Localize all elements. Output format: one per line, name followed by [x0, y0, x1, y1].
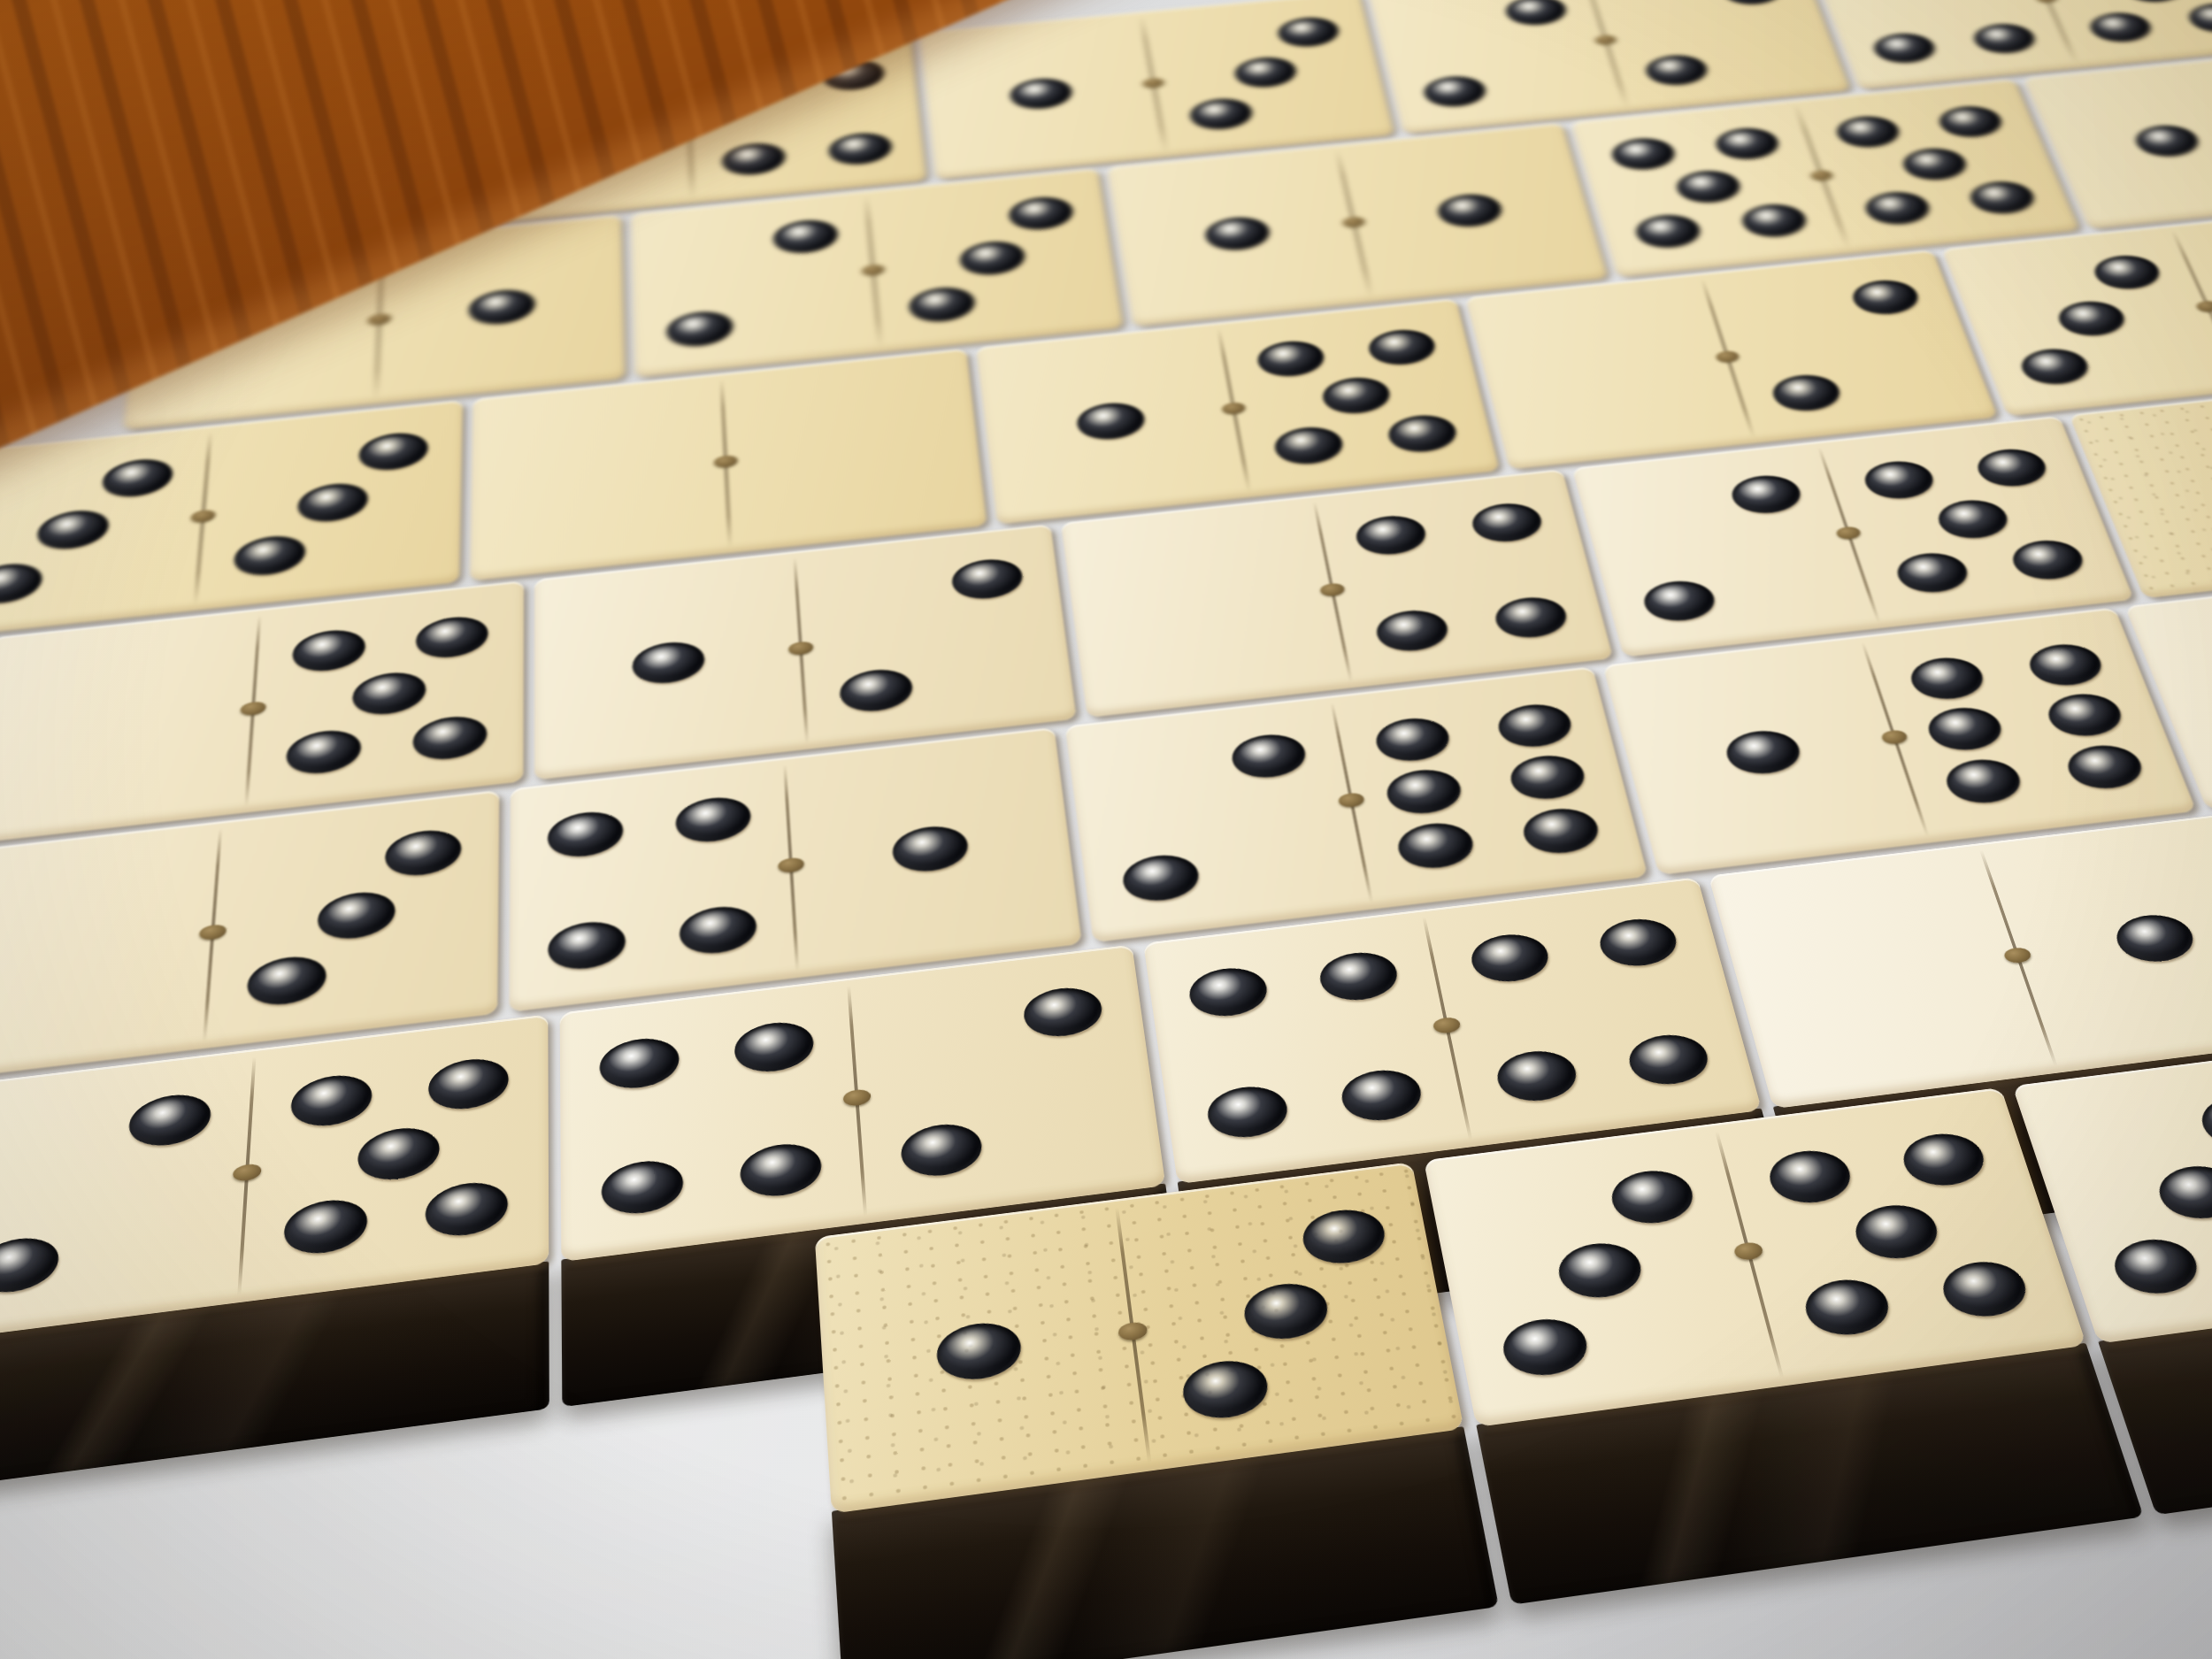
- pip: [2042, 690, 2128, 739]
- left-half-1-pips: [1107, 145, 1372, 326]
- pip: [1373, 607, 1452, 654]
- pip: [1255, 338, 1327, 379]
- pip: [721, 141, 786, 177]
- pip: [1240, 1279, 1332, 1344]
- left-half-0-pips: [0, 822, 221, 1085]
- pip: [1187, 964, 1271, 1019]
- pip: [2007, 537, 2089, 582]
- pip: [1469, 500, 1546, 544]
- pip: [733, 1018, 815, 1076]
- right-half-5-pips: [1217, 299, 1500, 498]
- pip: [1624, 1031, 1713, 1088]
- pip: [934, 1318, 1023, 1384]
- pip: [1338, 1066, 1425, 1125]
- pip: [2194, 1092, 2212, 1151]
- pip: [35, 508, 111, 552]
- right-half-5-pips: [239, 1014, 549, 1302]
- pip: [283, 1195, 368, 1257]
- pip: [1553, 1239, 1646, 1302]
- pip: [1074, 400, 1147, 442]
- pip: [1502, 0, 1570, 27]
- pip: [1594, 915, 1681, 970]
- pip: [1849, 1201, 1944, 1263]
- pip: [1606, 1166, 1698, 1227]
- pip: [0, 1233, 61, 1296]
- pip: [1932, 497, 2013, 541]
- domino-3-5: [1424, 1087, 2144, 1605]
- pip: [1385, 412, 1459, 455]
- pip: [1905, 654, 1989, 702]
- pip: [1319, 375, 1393, 417]
- left-half-1-pips: [919, 12, 1167, 180]
- pip: [1434, 192, 1505, 229]
- pip: [1861, 189, 1934, 227]
- pip: [317, 888, 396, 942]
- pip: [2016, 346, 2093, 387]
- left-half-2-pips: [0, 1049, 255, 1342]
- pip: [1229, 731, 1309, 780]
- pip: [1365, 326, 1438, 367]
- left-half-0-pips: [1061, 496, 1353, 718]
- pip: [1860, 458, 1939, 502]
- pip: [632, 639, 705, 687]
- left-half-1-pips: [976, 323, 1250, 525]
- pip: [950, 556, 1025, 602]
- right-half-4-pips: [1313, 469, 1613, 687]
- pip: [827, 130, 893, 166]
- right-half-3-pips: [1141, 0, 1394, 157]
- pip: [1316, 949, 1401, 1004]
- right-half-2-pips: [849, 945, 1166, 1224]
- pip: [1721, 727, 1805, 777]
- pip: [1394, 819, 1478, 872]
- pip: [2089, 252, 2166, 291]
- pip: [1832, 113, 1904, 149]
- pip: [1299, 1205, 1389, 1268]
- pip: [739, 1140, 822, 1201]
- pip: [1632, 212, 1704, 250]
- pip: [416, 613, 488, 660]
- left-half-2-pips: [631, 191, 881, 378]
- pip: [1738, 202, 1810, 240]
- pip: [2130, 123, 2204, 159]
- left-half-4-pips: [510, 758, 798, 1012]
- pip: [1711, 126, 1782, 162]
- pip: [127, 1090, 211, 1149]
- right-half-3-pips: [204, 790, 499, 1048]
- pip: [1467, 930, 1553, 985]
- left-half-1-pips: [534, 552, 808, 780]
- pip: [2085, 11, 2156, 44]
- pip: [428, 1055, 509, 1113]
- pip: [233, 533, 306, 578]
- left-half-2-pips: [1368, 0, 1629, 134]
- pip: [1768, 372, 1845, 413]
- pip: [908, 285, 977, 325]
- pip: [958, 239, 1026, 278]
- pip: [1498, 1314, 1592, 1379]
- pip: [839, 666, 914, 715]
- pip: [891, 823, 970, 875]
- pip: [1847, 277, 1923, 316]
- pip: [1232, 55, 1298, 89]
- pip: [548, 808, 624, 860]
- pip: [1179, 1356, 1271, 1422]
- pip: [1608, 135, 1678, 172]
- right-half-4-pips: [1423, 877, 1763, 1147]
- left-half-3-pips: [0, 426, 211, 639]
- right-half-3-pips: [865, 168, 1123, 352]
- pip: [1672, 168, 1744, 205]
- pip: [1187, 96, 1255, 132]
- pip: [296, 480, 368, 525]
- pip: [101, 456, 174, 499]
- pip: [679, 902, 757, 956]
- pip: [1965, 179, 2039, 216]
- right-half-0-pips: [721, 349, 987, 553]
- pip: [2107, 1234, 2205, 1297]
- pip: [1275, 15, 1341, 49]
- pip: [1506, 752, 1588, 803]
- dominoes-photo-scene: [0, 0, 2212, 1659]
- right-half-3-pips: [195, 400, 463, 611]
- pip: [772, 218, 839, 256]
- pip: [351, 669, 426, 718]
- pip: [1383, 766, 1465, 817]
- pip: [290, 1071, 373, 1129]
- pip: [1202, 215, 1271, 253]
- pip: [1800, 1275, 1896, 1340]
- pip: [1718, 0, 1786, 6]
- pip: [2109, 911, 2200, 966]
- right-half-2-pips: [795, 524, 1077, 749]
- right-half-1-pips: [784, 727, 1081, 978]
- pip: [1640, 578, 1719, 624]
- right-half-1-pips: [1336, 123, 1609, 303]
- pip: [246, 953, 327, 1009]
- pip: [286, 726, 362, 776]
- domino-1-3: [815, 1162, 1499, 1659]
- left-half-4-pips: [560, 979, 866, 1262]
- pip: [1969, 21, 2039, 55]
- right-half-3-pips: [1116, 1162, 1464, 1471]
- pip: [1897, 1129, 1991, 1189]
- pip: [1007, 195, 1074, 232]
- pip: [900, 1120, 985, 1180]
- pip: [1892, 549, 1973, 595]
- pip: [1008, 76, 1073, 111]
- domino-2-5: [0, 1014, 549, 1493]
- pip: [2184, 1, 2212, 35]
- pip: [1763, 1146, 1856, 1207]
- left-half-0-pips: [470, 373, 730, 580]
- pip: [1870, 31, 1939, 65]
- left-half-4-pips: [1143, 910, 1472, 1184]
- left-half-1-pips: [815, 1199, 1151, 1513]
- pip: [1204, 1082, 1291, 1141]
- pip: [0, 560, 44, 606]
- pip: [1120, 851, 1202, 904]
- pip: [1519, 805, 1603, 857]
- pip: [384, 826, 461, 879]
- pip: [1372, 715, 1453, 764]
- pip: [425, 1178, 508, 1240]
- pip: [412, 713, 487, 763]
- right-half-5-pips: [246, 580, 524, 812]
- pip: [1271, 424, 1346, 466]
- pip: [1021, 984, 1104, 1041]
- pip: [602, 1156, 684, 1217]
- pip: [549, 918, 626, 972]
- pip: [1971, 446, 2051, 489]
- pip: [675, 794, 751, 845]
- pip: [1940, 756, 2026, 806]
- pip: [358, 430, 428, 472]
- pip: [2062, 741, 2148, 792]
- pip: [1493, 1047, 1581, 1105]
- pip: [1934, 104, 2007, 139]
- pip: [292, 626, 366, 674]
- pip: [2053, 299, 2130, 339]
- pip: [357, 1124, 440, 1184]
- pip: [1642, 52, 1711, 87]
- pip: [1353, 512, 1429, 557]
- pip: [1898, 146, 1970, 182]
- pip: [666, 309, 733, 349]
- right-half-6-pips: [1331, 666, 1648, 909]
- pip: [1494, 701, 1576, 750]
- pip: [468, 288, 534, 327]
- pip: [1936, 1257, 2033, 1321]
- pip: [2024, 641, 2108, 688]
- pip: [2117, 0, 2188, 4]
- pip: [1727, 472, 1806, 516]
- left-half-0-pips: [0, 609, 260, 844]
- pip: [600, 1034, 680, 1092]
- left-half-2-pips: [1065, 696, 1373, 942]
- pip: [1923, 704, 2008, 754]
- pip: [2151, 1162, 2212, 1223]
- pip: [1491, 594, 1571, 641]
- pip: [1421, 73, 1489, 109]
